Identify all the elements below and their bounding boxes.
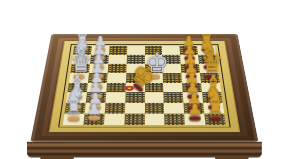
chess-set-photo: ♜♟♟♜♞♟♟♞♝♟♟♝♛♟♚♟♛♟♚♟♝♟♟♝♞♟♟♞♜♟♟♜ xyxy=(0,0,290,159)
gold-rook-icon: ♜ xyxy=(205,97,225,117)
frame-front-molding xyxy=(27,142,262,158)
silver-pawn-icon: ♟ xyxy=(84,100,104,117)
gold-king-icon: ♚ xyxy=(125,57,157,90)
piece-silver-pawn-h2: ♟ xyxy=(84,103,104,120)
board-foot-left xyxy=(40,156,73,159)
gold-pawn-icon: ♟ xyxy=(185,100,205,117)
chess-board: ♜♟♟♜♞♟♟♞♝♟♟♝♛♟♚♟♛♟♚♟♝♟♟♝♞♟♟♞♜♟♟♜ xyxy=(30,34,258,142)
silver-rook-icon: ♜ xyxy=(63,97,83,117)
piece-gold-king-e4: ♚ xyxy=(125,61,144,88)
piece-gold-pawn-h7: ♟ xyxy=(185,103,205,120)
scene: ♜♟♟♜♞♟♟♞♝♟♟♝♛♟♚♟♛♟♚♟♝♟♟♝♞♟♟♞♜♟♟♜ xyxy=(0,0,290,159)
board-foot-right xyxy=(215,156,248,159)
piece-gold-rook-h8: ♜ xyxy=(205,100,225,120)
piece-silver-rook-h1: ♜ xyxy=(63,100,83,120)
